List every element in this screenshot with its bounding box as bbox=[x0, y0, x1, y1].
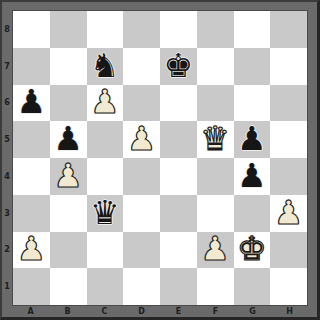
square-h8[interactable] bbox=[270, 11, 307, 48]
square-b8[interactable] bbox=[50, 11, 87, 48]
square-d4[interactable] bbox=[123, 158, 160, 195]
piece-white-pawn-a2[interactable]: ♟ bbox=[17, 232, 47, 265]
square-e8[interactable] bbox=[160, 11, 197, 48]
square-f5[interactable]: ♛ bbox=[197, 121, 234, 158]
piece-black-pawn-a6[interactable]: ♟ bbox=[17, 85, 47, 118]
square-h7[interactable] bbox=[270, 48, 307, 85]
piece-white-pawn-c6[interactable]: ♟ bbox=[90, 85, 120, 118]
square-a1[interactable] bbox=[13, 268, 50, 305]
square-f7[interactable] bbox=[197, 48, 234, 85]
rank-label-7: 7 bbox=[2, 48, 12, 85]
square-h4[interactable] bbox=[270, 158, 307, 195]
square-c8[interactable] bbox=[87, 11, 124, 48]
piece-black-king-e7[interactable]: ♚ bbox=[164, 49, 194, 82]
square-d2[interactable] bbox=[123, 232, 160, 269]
square-g6[interactable] bbox=[234, 85, 271, 122]
square-h6[interactable] bbox=[270, 85, 307, 122]
rank-label-4: 4 bbox=[2, 158, 12, 195]
square-b6[interactable] bbox=[50, 85, 87, 122]
piece-white-queen-f5[interactable]: ♛ bbox=[200, 122, 230, 155]
square-e7[interactable]: ♚ bbox=[160, 48, 197, 85]
square-g7[interactable] bbox=[234, 48, 271, 85]
piece-white-pawn-f2[interactable]: ♟ bbox=[200, 232, 230, 265]
square-h1[interactable] bbox=[270, 268, 307, 305]
square-a8[interactable] bbox=[13, 11, 50, 48]
rank-label-8: 8 bbox=[2, 11, 12, 48]
rank-label-3: 3 bbox=[2, 195, 12, 232]
file-label-e: E bbox=[160, 305, 197, 318]
file-label-f: F bbox=[197, 305, 234, 318]
piece-black-pawn-g5[interactable]: ♟ bbox=[237, 122, 267, 155]
file-label-g: G bbox=[234, 305, 271, 318]
rank-label-2: 2 bbox=[2, 232, 12, 269]
square-e6[interactable] bbox=[160, 85, 197, 122]
piece-white-pawn-b4[interactable]: ♟ bbox=[53, 159, 83, 192]
piece-black-knight-c7[interactable]: ♞ bbox=[90, 49, 120, 82]
piece-white-pawn-d5[interactable]: ♟ bbox=[127, 122, 157, 155]
file-label-c: C bbox=[86, 305, 123, 318]
square-g2[interactable]: ♚ bbox=[234, 232, 271, 269]
square-g1[interactable] bbox=[234, 268, 271, 305]
square-d5[interactable]: ♟ bbox=[123, 121, 160, 158]
square-c4[interactable] bbox=[87, 158, 124, 195]
square-f2[interactable]: ♟ bbox=[197, 232, 234, 269]
square-g5[interactable]: ♟ bbox=[234, 121, 271, 158]
square-d7[interactable] bbox=[123, 48, 160, 85]
piece-black-pawn-b5[interactable]: ♟ bbox=[53, 122, 83, 155]
square-g8[interactable] bbox=[234, 11, 271, 48]
square-b4[interactable]: ♟ bbox=[50, 158, 87, 195]
square-h5[interactable] bbox=[270, 121, 307, 158]
file-label-d: D bbox=[123, 305, 160, 318]
square-g3[interactable] bbox=[234, 195, 271, 232]
file-label-a: A bbox=[12, 305, 49, 318]
rank-labels: 87654321 bbox=[2, 11, 12, 305]
square-d6[interactable] bbox=[123, 85, 160, 122]
square-c2[interactable] bbox=[87, 232, 124, 269]
piece-white-pawn-h3[interactable]: ♟ bbox=[274, 196, 304, 229]
file-label-h: H bbox=[271, 305, 308, 318]
rank-label-1: 1 bbox=[2, 268, 12, 305]
square-b2[interactable] bbox=[50, 232, 87, 269]
square-h3[interactable]: ♟ bbox=[270, 195, 307, 232]
square-d8[interactable] bbox=[123, 11, 160, 48]
square-c6[interactable]: ♟ bbox=[87, 85, 124, 122]
square-g4[interactable]: ♟ bbox=[234, 158, 271, 195]
square-c3[interactable]: ♛ bbox=[87, 195, 124, 232]
square-e3[interactable] bbox=[160, 195, 197, 232]
square-b7[interactable] bbox=[50, 48, 87, 85]
rank-label-5: 5 bbox=[2, 121, 12, 158]
square-f8[interactable] bbox=[197, 11, 234, 48]
chess-board: ♞♚♟♟♟♟♛♟♟♟♛♟♟♟♚ bbox=[12, 10, 308, 306]
square-b1[interactable] bbox=[50, 268, 87, 305]
file-label-b: B bbox=[49, 305, 86, 318]
square-a2[interactable]: ♟ bbox=[13, 232, 50, 269]
square-b5[interactable]: ♟ bbox=[50, 121, 87, 158]
square-a7[interactable] bbox=[13, 48, 50, 85]
file-labels: ABCDEFGH bbox=[12, 305, 308, 318]
rank-label-6: 6 bbox=[2, 85, 12, 122]
square-f6[interactable] bbox=[197, 85, 234, 122]
square-a3[interactable] bbox=[13, 195, 50, 232]
square-a6[interactable]: ♟ bbox=[13, 85, 50, 122]
piece-white-king-g2[interactable]: ♚ bbox=[237, 232, 267, 265]
square-f3[interactable] bbox=[197, 195, 234, 232]
square-a4[interactable] bbox=[13, 158, 50, 195]
piece-black-pawn-g4[interactable]: ♟ bbox=[237, 159, 267, 192]
board-frame: ♞♚♟♟♟♟♛♟♟♟♛♟♟♟♚ 87654321 ABCDEFGH bbox=[0, 0, 320, 320]
square-e5[interactable] bbox=[160, 121, 197, 158]
square-e2[interactable] bbox=[160, 232, 197, 269]
square-h2[interactable] bbox=[270, 232, 307, 269]
square-b3[interactable] bbox=[50, 195, 87, 232]
square-d3[interactable] bbox=[123, 195, 160, 232]
square-c7[interactable]: ♞ bbox=[87, 48, 124, 85]
piece-black-queen-c3[interactable]: ♛ bbox=[90, 196, 120, 229]
square-e1[interactable] bbox=[160, 268, 197, 305]
square-c1[interactable] bbox=[87, 268, 124, 305]
square-f4[interactable] bbox=[197, 158, 234, 195]
square-d1[interactable] bbox=[123, 268, 160, 305]
square-e4[interactable] bbox=[160, 158, 197, 195]
square-f1[interactable] bbox=[197, 268, 234, 305]
square-c5[interactable] bbox=[87, 121, 124, 158]
square-a5[interactable] bbox=[13, 121, 50, 158]
